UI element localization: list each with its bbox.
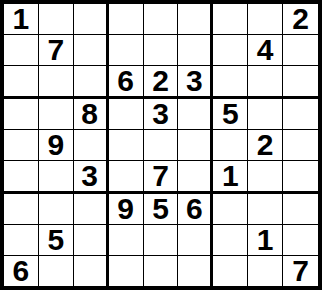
sudoku-cell[interactable] [109,225,144,256]
sudoku-cell[interactable] [144,225,179,256]
sudoku-cell[interactable] [213,66,248,99]
sudoku-cell[interactable] [4,99,39,130]
sudoku-cell[interactable] [248,4,283,35]
sudoku-cell[interactable]: 4 [248,35,283,66]
sudoku-cell[interactable] [39,99,74,130]
sudoku-cell[interactable] [109,99,144,130]
sudoku-cell[interactable]: 5 [144,194,179,225]
sudoku-cell[interactable] [248,194,283,225]
sudoku-cell[interactable]: 8 [74,99,109,130]
sudoku-cell[interactable] [248,161,283,194]
sudoku-cell[interactable] [109,130,144,161]
sudoku-cell[interactable] [4,66,39,99]
sudoku-cell[interactable] [4,225,39,256]
sudoku-cell[interactable] [109,4,144,35]
sudoku-cell[interactable]: 5 [39,225,74,256]
sudoku-cell[interactable] [283,225,318,256]
sudoku-cell[interactable]: 7 [144,161,179,194]
sudoku-cell[interactable] [109,161,144,194]
sudoku-cell[interactable]: 7 [39,35,74,66]
sudoku-cell[interactable] [283,130,318,161]
sudoku-cell[interactable] [74,130,109,161]
sudoku-cell[interactable] [178,130,213,161]
sudoku-cell[interactable]: 1 [248,225,283,256]
sudoku-cell[interactable]: 1 [213,161,248,194]
sudoku-cell[interactable] [39,66,74,99]
sudoku-cell[interactable] [4,161,39,194]
sudoku-cell[interactable] [74,35,109,66]
sudoku-cell[interactable] [74,66,109,99]
sudoku-cell[interactable] [74,4,109,35]
sudoku-cell[interactable]: 6 [178,194,213,225]
sudoku-cell[interactable] [283,161,318,194]
sudoku-cell[interactable] [178,35,213,66]
sudoku-cell[interactable]: 7 [283,256,318,286]
sudoku-cell[interactable] [283,194,318,225]
sudoku-cell[interactable] [39,4,74,35]
sudoku-cell[interactable]: 5 [213,99,248,130]
sudoku-cell[interactable] [283,99,318,130]
sudoku-cell[interactable] [213,4,248,35]
sudoku-cell[interactable] [248,99,283,130]
sudoku-cell[interactable] [283,35,318,66]
sudoku-cell[interactable] [74,194,109,225]
sudoku-board: 1274623835923719565167 [0,0,322,290]
sudoku-cell[interactable] [144,130,179,161]
sudoku-cell[interactable]: 9 [109,194,144,225]
sudoku-cell[interactable] [144,256,179,286]
sudoku-cell[interactable] [109,35,144,66]
sudoku-cell[interactable] [248,66,283,99]
sudoku-cell[interactable] [178,99,213,130]
sudoku-cell[interactable] [74,256,109,286]
sudoku-cell[interactable] [39,161,74,194]
sudoku-cell[interactable] [39,194,74,225]
sudoku-cell[interactable]: 3 [74,161,109,194]
sudoku-cell[interactable]: 6 [109,66,144,99]
sudoku-cell[interactable]: 2 [248,130,283,161]
sudoku-cell[interactable]: 2 [283,4,318,35]
sudoku-cell[interactable]: 1 [4,4,39,35]
sudoku-cell[interactable] [178,161,213,194]
sudoku-cell[interactable] [144,35,179,66]
sudoku-cell[interactable] [74,225,109,256]
sudoku-cell[interactable]: 3 [144,99,179,130]
sudoku-cell[interactable] [213,225,248,256]
sudoku-cell[interactable] [4,194,39,225]
sudoku-cell[interactable] [39,256,74,286]
sudoku-cell[interactable] [178,4,213,35]
sudoku-cell[interactable] [4,130,39,161]
sudoku-cell[interactable] [213,194,248,225]
sudoku-cell[interactable] [109,256,144,286]
sudoku-cell[interactable] [283,66,318,99]
sudoku-cell[interactable]: 3 [178,66,213,99]
sudoku-cell[interactable] [178,256,213,286]
sudoku-cell[interactable] [213,130,248,161]
sudoku-cell[interactable]: 9 [39,130,74,161]
sudoku-cell[interactable] [4,35,39,66]
sudoku-cell[interactable] [178,225,213,256]
sudoku-cell[interactable]: 6 [4,256,39,286]
sudoku-cell[interactable] [144,4,179,35]
sudoku-cell[interactable] [248,256,283,286]
sudoku-page: 1274623835923719565167 [0,0,329,294]
sudoku-cell[interactable]: 2 [144,66,179,99]
sudoku-cell[interactable] [213,256,248,286]
sudoku-cell[interactable] [213,35,248,66]
